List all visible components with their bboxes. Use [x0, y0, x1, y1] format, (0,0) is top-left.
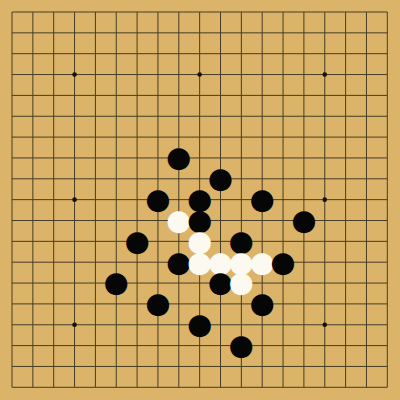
black-stone[interactable]: ● [127, 231, 148, 252]
black-stone[interactable]: ● [147, 293, 168, 314]
black-stone[interactable]: ● [252, 189, 273, 210]
go-board: ●●●●●●●●●●●●●●●●●●●●●●●● [0, 0, 400, 400]
black-stone[interactable]: ● [252, 293, 273, 314]
black-stone[interactable]: ● [273, 252, 294, 273]
black-stone[interactable]: ● [231, 335, 252, 356]
black-stone[interactable]: ● [106, 273, 127, 294]
black-stone[interactable]: ● [210, 168, 231, 189]
stones-layer: ●●●●●●●●●●●●●●●●●●●●●●●● [2, 2, 398, 398]
black-stone[interactable]: ● [168, 147, 189, 168]
black-stone[interactable]: ● [189, 314, 210, 335]
black-stone[interactable]: ● [293, 210, 314, 231]
